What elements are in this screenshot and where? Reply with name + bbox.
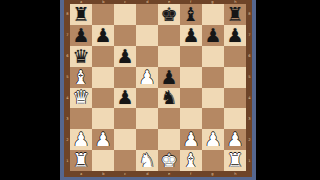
- square-a5[interactable]: ♝: [70, 67, 92, 88]
- black-rook-a8: ♜: [72, 4, 89, 23]
- white-bishop-a5: ♝: [72, 67, 89, 86]
- rank-labels-right: 87654321: [246, 4, 252, 171]
- square-e3[interactable]: [158, 108, 180, 129]
- coord-label: d: [146, 172, 148, 176]
- square-g2[interactable]: ♟: [202, 129, 224, 150]
- coord-label: 1: [66, 159, 68, 163]
- coord-label: 3: [66, 117, 68, 121]
- square-a4[interactable]: ♛: [70, 88, 92, 109]
- square-h4[interactable]: [224, 88, 246, 109]
- black-pawn-b7: ♟: [94, 25, 111, 44]
- white-bishop-f1: ♝: [182, 151, 199, 170]
- square-b4[interactable]: [92, 88, 114, 109]
- square-f1[interactable]: ♝: [180, 150, 202, 171]
- square-g7[interactable]: ♟: [202, 25, 224, 46]
- square-h1[interactable]: ♜: [224, 150, 246, 171]
- square-d6[interactable]: [136, 46, 158, 67]
- coord-label: h: [234, 172, 236, 176]
- black-rook-h8: ♜: [226, 4, 243, 23]
- square-e5[interactable]: ♟: [158, 67, 180, 88]
- square-g8[interactable]: [202, 4, 224, 25]
- square-e4[interactable]: ♞: [158, 88, 180, 109]
- square-h3[interactable]: [224, 108, 246, 129]
- black-queen-a6: ♛: [72, 46, 89, 65]
- square-c5[interactable]: [114, 67, 136, 88]
- square-e6[interactable]: [158, 46, 180, 67]
- coord-label: 7: [248, 34, 250, 38]
- white-pawn-d5: ♟: [138, 67, 155, 86]
- black-king-e8: ♚: [160, 4, 177, 23]
- coord-label: 8: [248, 13, 250, 17]
- coord-label: 6: [248, 54, 250, 58]
- square-g5[interactable]: [202, 67, 224, 88]
- square-f4[interactable]: [180, 88, 202, 109]
- square-d2[interactable]: [136, 129, 158, 150]
- white-knight-d1: ♞: [138, 151, 155, 170]
- black-pawn-h7: ♟: [226, 25, 243, 44]
- square-c4[interactable]: ♟: [114, 88, 136, 109]
- coord-label: 7: [66, 34, 68, 38]
- square-d5[interactable]: ♟: [136, 67, 158, 88]
- coord-label: a: [80, 172, 82, 176]
- square-b8[interactable]: [92, 4, 114, 25]
- coord-label: b: [102, 172, 104, 176]
- coord-label: g: [212, 172, 214, 176]
- square-g1[interactable]: [202, 150, 224, 171]
- board-frame: abcdefgh abcdefgh 87654321 87654321 ♜♚♝♜…: [64, 0, 252, 177]
- white-pawn-f2: ♟: [182, 130, 199, 149]
- white-pawn-g2: ♟: [204, 130, 221, 149]
- square-f5[interactable]: [180, 67, 202, 88]
- square-h7[interactable]: ♟: [224, 25, 246, 46]
- square-a7[interactable]: ♟: [70, 25, 92, 46]
- white-queen-a4: ♛: [72, 88, 89, 107]
- coord-label: 5: [66, 75, 68, 79]
- square-f3[interactable]: [180, 108, 202, 129]
- square-d1[interactable]: ♞: [136, 150, 158, 171]
- black-pawn-f7: ♟: [182, 25, 199, 44]
- square-c3[interactable]: [114, 108, 136, 129]
- white-rook-h1: ♜: [226, 151, 243, 170]
- square-d7[interactable]: [136, 25, 158, 46]
- square-c8[interactable]: [114, 4, 136, 25]
- square-c6[interactable]: ♟: [114, 46, 136, 67]
- square-f6[interactable]: [180, 46, 202, 67]
- black-pawn-g7: ♟: [204, 25, 221, 44]
- coord-label: 4: [66, 96, 68, 100]
- coord-label: 2: [248, 138, 250, 142]
- coord-label: c: [124, 172, 126, 176]
- square-e8[interactable]: ♚: [158, 4, 180, 25]
- black-pawn-c6: ♟: [116, 46, 133, 65]
- white-pawn-h2: ♟: [226, 130, 243, 149]
- coord-label: e: [168, 172, 170, 176]
- square-a2[interactable]: ♟: [70, 129, 92, 150]
- square-e1[interactable]: ♚: [158, 150, 180, 171]
- square-a8[interactable]: ♜: [70, 4, 92, 25]
- square-b1[interactable]: [92, 150, 114, 171]
- square-h6[interactable]: [224, 46, 246, 67]
- square-d4[interactable]: [136, 88, 158, 109]
- square-h5[interactable]: [224, 67, 246, 88]
- screenshot-letterbox: abcdefgh abcdefgh 87654321 87654321 ♜♚♝♜…: [0, 0, 320, 180]
- coord-label: 2: [66, 138, 68, 142]
- square-h8[interactable]: ♜: [224, 4, 246, 25]
- square-c1[interactable]: [114, 150, 136, 171]
- square-b7[interactable]: ♟: [92, 25, 114, 46]
- black-knight-e4: ♞: [160, 88, 177, 107]
- black-pawn-e5: ♟: [160, 67, 177, 86]
- coord-label: 6: [66, 54, 68, 58]
- square-d8[interactable]: [136, 4, 158, 25]
- square-c2[interactable]: [114, 129, 136, 150]
- white-pawn-a2: ♟: [72, 130, 89, 149]
- coord-label: 4: [248, 96, 250, 100]
- square-f8[interactable]: ♝: [180, 4, 202, 25]
- square-g3[interactable]: [202, 108, 224, 129]
- square-a6[interactable]: ♛: [70, 46, 92, 67]
- black-pawn-c4: ♟: [116, 88, 133, 107]
- coord-label: 8: [66, 13, 68, 17]
- chess-board: ♜♚♝♜♟♟♟♟♟♛♟♝♟♟♛♟♞♟♟♟♟♟♜♞♚♝♜: [70, 4, 246, 171]
- square-e2[interactable]: [158, 129, 180, 150]
- white-rook-a1: ♜: [72, 151, 89, 170]
- black-bishop-f8: ♝: [182, 4, 199, 23]
- white-pawn-b2: ♟: [94, 130, 111, 149]
- coord-label: 3: [248, 117, 250, 121]
- white-king-e1: ♚: [160, 151, 177, 170]
- square-a1[interactable]: ♜: [70, 150, 92, 171]
- square-b6[interactable]: [92, 46, 114, 67]
- square-f2[interactable]: ♟: [180, 129, 202, 150]
- coord-label: 5: [248, 75, 250, 79]
- square-f7[interactable]: ♟: [180, 25, 202, 46]
- file-labels-bottom: abcdefgh: [70, 171, 246, 176]
- square-b3[interactable]: [92, 108, 114, 129]
- square-d3[interactable]: [136, 108, 158, 129]
- square-b2[interactable]: ♟: [92, 129, 114, 150]
- coord-label: 1: [248, 159, 250, 163]
- square-g6[interactable]: [202, 46, 224, 67]
- square-c7[interactable]: [114, 25, 136, 46]
- square-g4[interactable]: [202, 88, 224, 109]
- square-a3[interactable]: [70, 108, 92, 129]
- square-h2[interactable]: ♟: [224, 129, 246, 150]
- square-e7[interactable]: [158, 25, 180, 46]
- coord-label: f: [190, 172, 191, 176]
- black-pawn-a7: ♟: [72, 25, 89, 44]
- square-b5[interactable]: [92, 67, 114, 88]
